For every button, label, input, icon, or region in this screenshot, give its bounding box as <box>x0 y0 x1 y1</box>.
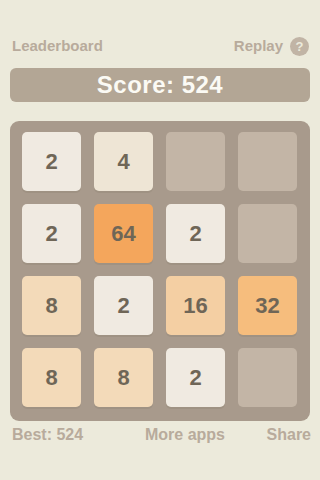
empty-cell <box>238 204 297 263</box>
share-button[interactable]: Share <box>267 426 311 444</box>
best-score-label: Best: 524 <box>12 426 83 444</box>
game-board[interactable]: 242642821632882 <box>10 121 310 421</box>
tile-2: 2 <box>22 204 81 263</box>
replay-button[interactable]: Replay <box>234 37 283 55</box>
help-icon[interactable]: ? <box>290 37 309 56</box>
empty-cell <box>238 132 297 191</box>
empty-cell <box>238 348 297 407</box>
tile-64: 64 <box>94 204 153 263</box>
tile-16: 16 <box>166 276 225 335</box>
empty-cell <box>166 132 225 191</box>
more-apps-button[interactable]: More apps <box>145 426 225 444</box>
leaderboard-button[interactable]: Leaderboard <box>12 37 103 55</box>
tile-8: 8 <box>22 348 81 407</box>
2048-app: Leaderboard Replay ? Score: 524 24264282… <box>0 0 320 480</box>
tile-2: 2 <box>22 132 81 191</box>
tile-2: 2 <box>166 204 225 263</box>
tile-32: 32 <box>238 276 297 335</box>
tile-2: 2 <box>94 276 153 335</box>
tile-8: 8 <box>94 348 153 407</box>
tile-8: 8 <box>22 276 81 335</box>
tile-4: 4 <box>94 132 153 191</box>
score-display: Score: 524 <box>10 68 310 102</box>
tile-2: 2 <box>166 348 225 407</box>
board-grid: 242642821632882 <box>22 132 297 407</box>
